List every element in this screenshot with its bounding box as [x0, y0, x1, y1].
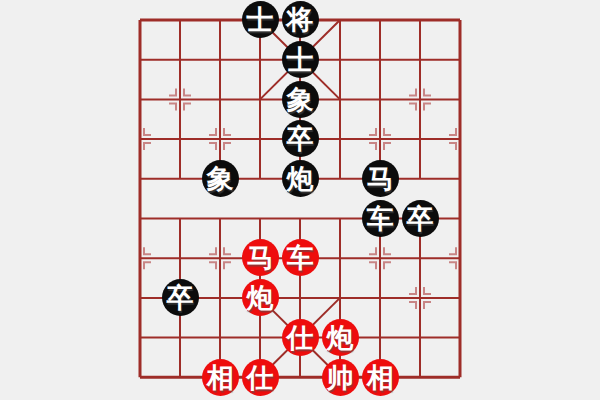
piece-black-soldier[interactable]: 卒	[402, 200, 439, 237]
piece-black-advisor[interactable]: 士	[242, 1, 279, 38]
xiangqi-board[interactable]: 士将士象卒象炮马车卒卒马车炮仕炮相仕帅相	[120, 0, 480, 397]
piece-black-general[interactable]: 将	[282, 1, 319, 38]
piece-red-cannon[interactable]: 炮	[322, 319, 359, 356]
piece-black-soldier[interactable]: 卒	[162, 279, 199, 316]
piece-black-cannon[interactable]: 炮	[282, 160, 319, 197]
piece-red-general[interactable]: 帅	[322, 359, 359, 396]
piece-black-chariot[interactable]: 车	[362, 200, 399, 237]
piece-black-elephant[interactable]: 象	[282, 81, 319, 118]
piece-red-elephant[interactable]: 相	[362, 359, 399, 396]
piece-red-horse[interactable]: 马	[242, 239, 279, 276]
piece-black-horse[interactable]: 马	[362, 160, 399, 197]
piece-red-cannon[interactable]: 炮	[242, 279, 279, 316]
piece-black-soldier[interactable]: 卒	[282, 120, 319, 157]
piece-black-elephant[interactable]: 象	[202, 160, 239, 197]
piece-red-elephant[interactable]: 相	[202, 359, 239, 396]
xiangqi-app: 士将士象卒象炮马车卒卒马车炮仕炮相仕帅相	[0, 0, 600, 400]
piece-red-advisor[interactable]: 仕	[242, 359, 279, 396]
piece-black-advisor[interactable]: 士	[282, 41, 319, 78]
piece-red-chariot[interactable]: 车	[282, 239, 319, 276]
piece-red-advisor[interactable]: 仕	[282, 319, 319, 356]
